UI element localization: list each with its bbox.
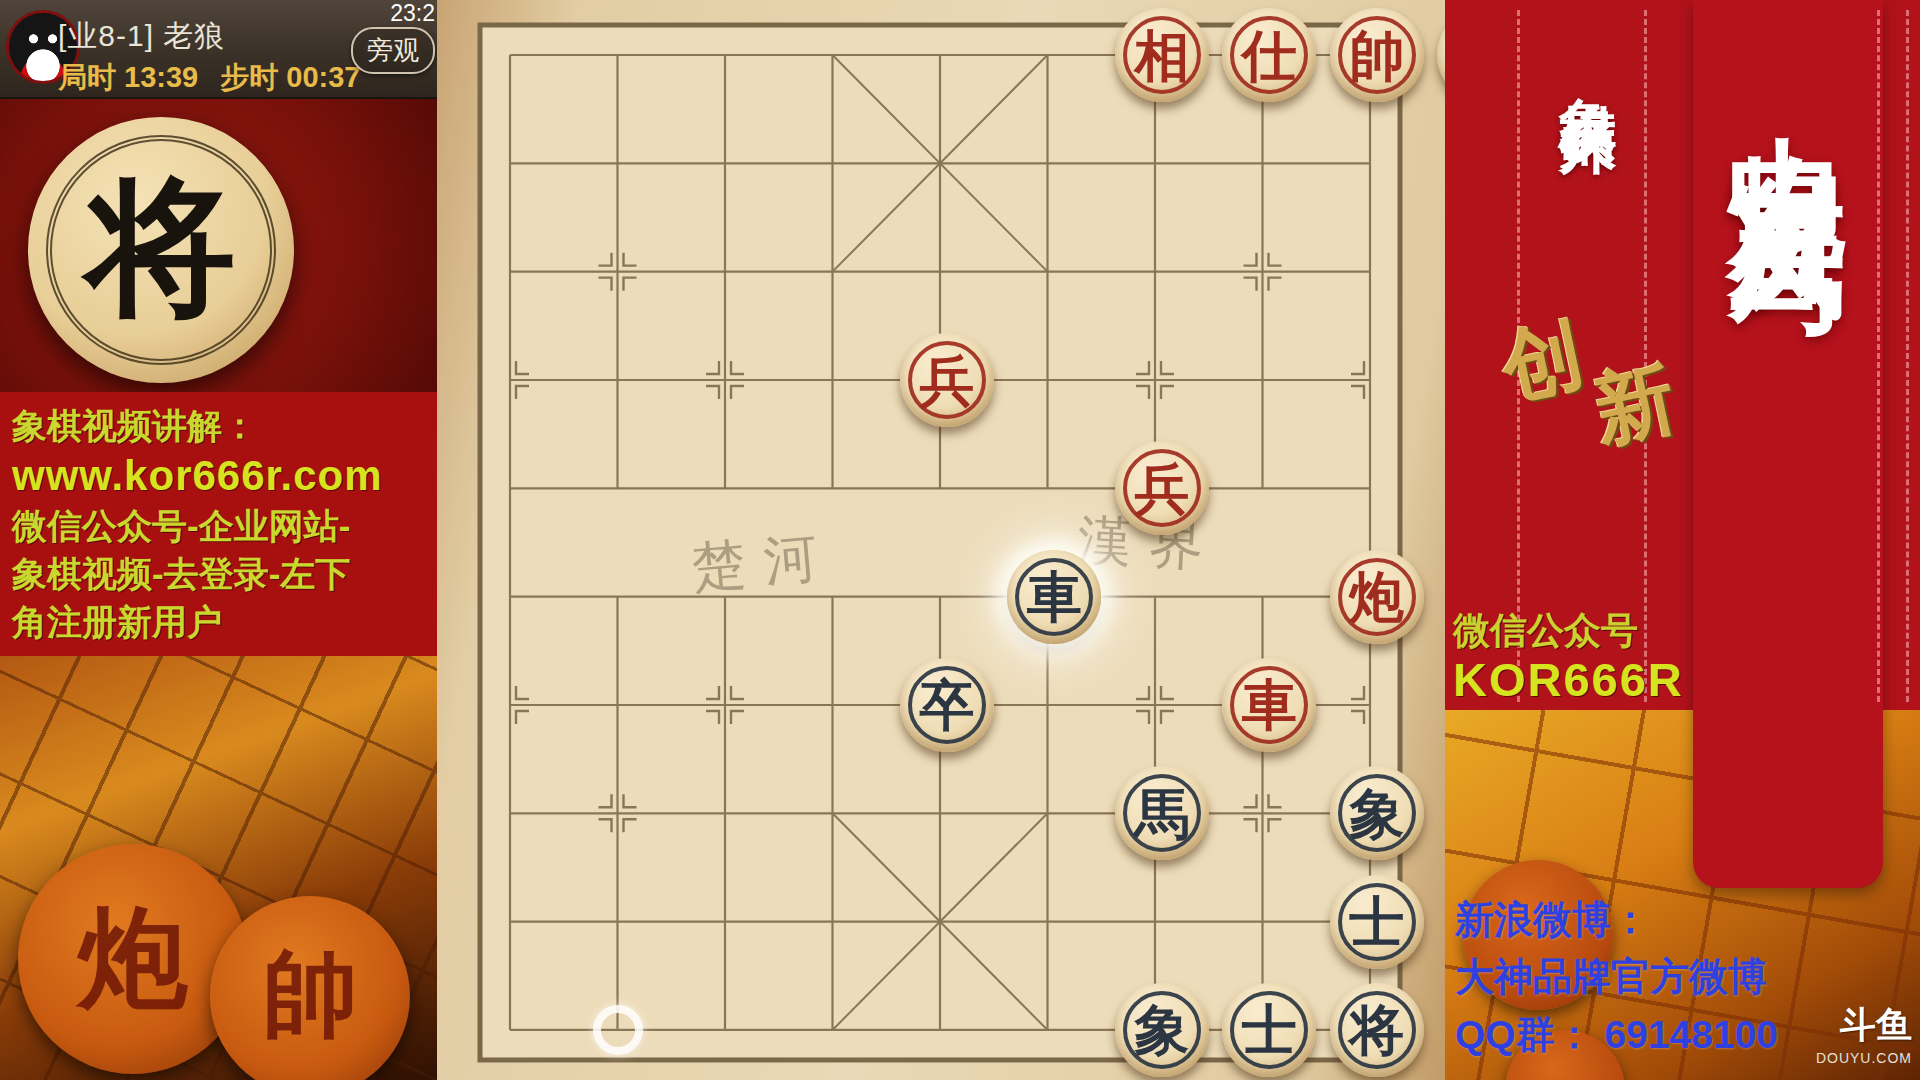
dashed-divider [1877,10,1880,702]
spectate-button[interactable]: 旁观 [351,27,435,74]
game-time: 局时 13:39 [58,61,198,93]
piece-red-f5r5[interactable]: 炮 [1330,550,1424,644]
svg-text:楚河: 楚河 [689,524,838,599]
stream-clock: 23:2 [390,0,435,27]
piece-black-f5r8[interactable]: 士 [1330,875,1424,969]
piece-red-f4r0[interactable]: 仕 [1222,8,1316,102]
piece-red-f4r6[interactable]: 車 [1222,658,1316,752]
photo-cannon-piece: 炮 [18,844,248,1074]
wechat-id: KOR666R [1453,652,1684,707]
piece-black-f5r7[interactable]: 象 [1330,766,1424,860]
opening-title-vertical: 中炮对屏风马 [1703,40,1873,160]
piece-character: 卒 [919,677,974,732]
piece-red-f5r0[interactable]: 帥 [1330,8,1424,102]
piece-photo-banner: 将 [0,99,437,392]
room-banner: 炮 帥 斗鱼 房间号 1227260 [0,656,437,1080]
master-vertical-title: 象棋大师 [1549,50,1627,82]
piece-character: 車 [1027,569,1082,624]
left-panel: [业8-1] 老狼 局时 13:39步时 00:37 23:2 旁观 将 象棋视… [0,0,437,1080]
qq-group-number: QQ群： 69148100 [1455,1008,1778,1062]
last-move-from-marker [593,1005,643,1055]
piece-character: 士 [1349,894,1404,949]
piece-black-f1r6[interactable]: 卒 [900,658,994,752]
innovation-char-1: 创 [1493,301,1594,423]
piece-character: 炮 [1349,569,1404,624]
piece-character: 馬 [1134,786,1189,841]
weibo-account: 大神品牌官方微博 [1455,950,1767,1004]
douyu-logo: 斗鱼 DOUYU.COM [1816,1001,1912,1066]
piece-character: 帥 [1349,28,1404,83]
piece-black-f3r7[interactable]: 馬 [1115,766,1209,860]
game-timers: 局时 13:39步时 00:37 [58,58,382,98]
douyu-brand: 斗鱼 [1816,1001,1912,1050]
player-header: [业8-1] 老狼 局时 13:39步时 00:37 23:2 旁观 [0,0,437,99]
piece-black-f5r9[interactable]: 将 [1330,983,1424,1077]
piece-black-f4r9[interactable]: 士 [1222,983,1316,1077]
piece-character: 象 [1349,786,1404,841]
piece-character: 仕 [1242,28,1297,83]
ad-line: 象棋视频讲解： [12,402,437,450]
xiangqi-board: 楚河漢界 相仕帥仕相馬車炮兵兵兵兵車炮卒車卒卒馬象馬炮士象士将車 [437,0,1445,1080]
piece-ring [46,135,276,365]
stream-screen: [业8-1] 老狼 局时 13:39步时 00:37 23:2 旁观 将 象棋视… [0,0,1920,1080]
piece-character: 車 [1242,677,1297,732]
piece-character: 兵 [1134,461,1189,516]
move-time: 步时 00:37 [220,61,360,93]
player-name: [业8-1] 老狼 [58,16,225,57]
weibo-label: 新浪微博： [1455,893,1650,947]
ad-line: 象棋视频-去登录-左下 [12,550,437,598]
piece-character: 兵 [919,353,974,408]
wechat-label: 微信公众号 [1453,606,1638,656]
piece-character: 相 [1134,28,1189,83]
piece-character: 将 [1349,1002,1404,1057]
ad-website-url: www.kor666r.com [12,450,437,502]
innovation-char-2: 新 [1585,345,1686,467]
ad-line: 微信公众号-企业网站- [12,502,437,550]
photo-marshal-piece: 帥 [210,896,410,1080]
dashed-divider [1906,10,1909,702]
ad-line: 角注册新用户 [12,598,437,646]
piece-character: 士 [1242,1002,1297,1057]
piece-black-f3r9[interactable]: 象 [1115,983,1209,1077]
piece-character: 象 [1134,1002,1189,1057]
piece-red-f1r3[interactable]: 兵 [900,333,994,427]
ad-text-block: 象棋视频讲解： www.kor666r.com 微信公众号-企业网站- 象棋视频… [0,394,437,654]
piece-red-f3r4[interactable]: 兵 [1115,441,1209,535]
general-piece-photo: 将 [28,117,294,383]
douyu-domain: DOUYU.COM [1816,1050,1912,1066]
piece-red-f3r0[interactable]: 相 [1115,8,1209,102]
piece-black-f2r5[interactable]: 車 [1007,550,1101,644]
right-panel: 象棋大师 创 新 中炮对屏风马 微信公众号 KOR666R 新浪微博： 大神品牌… [1445,0,1920,1080]
